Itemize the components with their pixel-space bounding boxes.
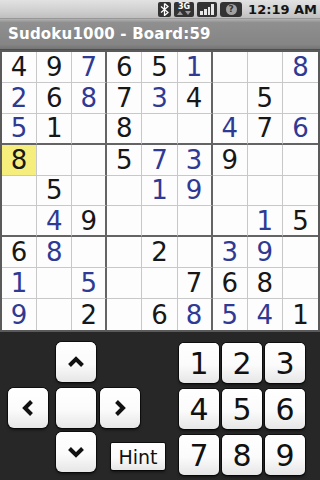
sudoku-cell-r5c5[interactable]: 1	[142, 176, 177, 207]
numpad-6-button[interactable]: 6	[265, 389, 305, 429]
sudoku-board: 4976518268734551847685739519491568239157…	[0, 50, 320, 332]
sudoku-cell-r6c1[interactable]	[2, 206, 37, 237]
sudoku-cell-r3c3[interactable]	[72, 114, 107, 145]
sudoku-cell-r8c4[interactable]	[107, 268, 142, 299]
sudoku-cell-r4c3[interactable]	[72, 145, 107, 176]
numpad-4-button[interactable]: 4	[179, 389, 219, 429]
sudoku-cell-r8c1[interactable]: 1	[2, 268, 37, 299]
sudoku-cell-r5c2[interactable]: 5	[37, 176, 72, 207]
sudoku-cell-r7c9[interactable]	[283, 237, 318, 268]
3g-data-icon: 3G	[174, 2, 194, 17]
chevron-left-icon	[17, 397, 39, 419]
chevron-right-icon	[109, 397, 131, 419]
sudoku-cell-r9c8[interactable]: 4	[248, 299, 283, 330]
sudoku-cell-r9c9[interactable]: 1	[283, 299, 318, 330]
sudoku-cell-r9c1[interactable]: 9	[2, 299, 37, 330]
sudoku-cell-r1c9[interactable]: 8	[283, 52, 318, 83]
sudoku-cell-r9c4[interactable]	[107, 299, 142, 330]
sudoku-cell-r8c7[interactable]: 6	[213, 268, 248, 299]
sudoku-cell-r5c4[interactable]	[107, 176, 142, 207]
sudoku-cell-r7c3[interactable]	[72, 237, 107, 268]
numpad-2-button[interactable]: 2	[222, 343, 262, 383]
sudoku-cell-r5c1[interactable]	[2, 176, 37, 207]
sudoku-cell-r2c6[interactable]: 4	[178, 83, 213, 114]
battery-unknown-icon: ?	[220, 2, 242, 17]
sudoku-cell-r8c8[interactable]: 8	[248, 268, 283, 299]
sudoku-cell-r2c1[interactable]: 2	[2, 83, 37, 114]
sudoku-cell-r3c2[interactable]: 1	[37, 114, 72, 145]
numpad-5-button[interactable]: 5	[222, 389, 262, 429]
dpad-right-button[interactable]	[100, 388, 140, 428]
sudoku-cell-r1c8[interactable]	[248, 52, 283, 83]
sudoku-cell-r1c5[interactable]: 5	[142, 52, 177, 83]
sudoku-cell-r7c5[interactable]: 2	[142, 237, 177, 268]
sudoku-cell-r9c5[interactable]: 6	[142, 299, 177, 330]
page-title: Sudoku1000 - Board:59	[8, 25, 211, 43]
sudoku-cell-r2c4[interactable]: 7	[107, 83, 142, 114]
dpad-left-button[interactable]	[8, 388, 48, 428]
numpad-8-button[interactable]: 8	[222, 435, 262, 475]
sudoku-cell-r7c7[interactable]: 3	[213, 237, 248, 268]
sudoku-cell-r6c5[interactable]	[142, 206, 177, 237]
sudoku-cell-r1c2[interactable]: 9	[37, 52, 72, 83]
sudoku-cell-r2c2[interactable]: 6	[37, 83, 72, 114]
signal-strength-icon	[197, 2, 217, 17]
sudoku-cell-r8c5[interactable]	[142, 268, 177, 299]
sudoku-cell-r5c6[interactable]: 9	[178, 176, 213, 207]
sudoku-cell-r3c7[interactable]: 4	[213, 114, 248, 145]
sudoku-cell-r3c5[interactable]	[142, 114, 177, 145]
sudoku-cell-r4c6[interactable]: 3	[178, 145, 213, 176]
sudoku-cell-r7c1[interactable]: 6	[2, 237, 37, 268]
sudoku-cell-r2c8[interactable]: 5	[248, 83, 283, 114]
control-panel: Hint 123456789	[0, 332, 320, 480]
title-bar: Sudoku1000 - Board:59	[0, 19, 320, 50]
sudoku-cell-r3c1[interactable]: 5	[2, 114, 37, 145]
sudoku-cell-r2c3[interactable]: 8	[72, 83, 107, 114]
dpad-center-button[interactable]	[56, 388, 96, 428]
sudoku-cell-r5c8[interactable]	[248, 176, 283, 207]
sudoku-cell-r1c1[interactable]: 4	[2, 52, 37, 83]
sudoku-cell-r9c6[interactable]: 8	[178, 299, 213, 330]
sudoku-cell-r7c2[interactable]: 8	[37, 237, 72, 268]
chevron-up-icon	[65, 351, 87, 373]
sudoku-cell-r9c3[interactable]: 2	[72, 299, 107, 330]
sudoku-cell-r1c7[interactable]	[213, 52, 248, 83]
status-clock: 12:19 AM	[248, 2, 317, 17]
sudoku-cell-r3c6[interactable]	[178, 114, 213, 145]
status-bar: 3G ? 12:19 AM	[0, 0, 320, 19]
sudoku-cell-r6c9[interactable]: 5	[283, 206, 318, 237]
sudoku-cell-r6c3[interactable]: 9	[72, 206, 107, 237]
hint-button[interactable]: Hint	[111, 443, 165, 470]
sudoku-cell-r7c4[interactable]	[107, 237, 142, 268]
sudoku-cell-r3c8[interactable]: 7	[248, 114, 283, 145]
numpad-9-button[interactable]: 9	[265, 435, 305, 475]
sudoku-cell-r5c7[interactable]	[213, 176, 248, 207]
numpad-3-button[interactable]: 3	[265, 343, 305, 383]
sudoku-cell-r1c6[interactable]: 1	[178, 52, 213, 83]
sudoku-cell-r6c2[interactable]: 4	[37, 206, 72, 237]
sudoku-cell-r4c8[interactable]	[248, 145, 283, 176]
sudoku-cell-r2c5[interactable]: 3	[142, 83, 177, 114]
numpad-7-button[interactable]: 7	[179, 435, 219, 475]
sudoku-cell-r9c7[interactable]: 5	[213, 299, 248, 330]
sudoku-cell-r5c3[interactable]	[72, 176, 107, 207]
sudoku-cell-r6c4[interactable]	[107, 206, 142, 237]
sudoku-cell-r3c9[interactable]: 6	[283, 114, 318, 145]
bluetooth-icon	[158, 2, 171, 17]
sudoku-cell-r7c6[interactable]	[178, 237, 213, 268]
sudoku-cell-r4c9[interactable]	[283, 145, 318, 176]
dpad-down-button[interactable]	[56, 432, 96, 472]
sudoku-cell-r3c4[interactable]: 8	[107, 114, 142, 145]
numpad-1-button[interactable]: 1	[179, 343, 219, 383]
sudoku-cell-r4c4[interactable]: 5	[107, 145, 142, 176]
sudoku-cell-r7c8[interactable]: 9	[248, 237, 283, 268]
sudoku-cell-r4c2[interactable]	[37, 145, 72, 176]
sudoku-cell-r6c6[interactable]	[178, 206, 213, 237]
sudoku-cell-r6c7[interactable]	[213, 206, 248, 237]
sudoku-cell-r8c3[interactable]: 5	[72, 268, 107, 299]
sudoku-cell-r8c9[interactable]	[283, 268, 318, 299]
dpad-up-button[interactable]	[56, 342, 96, 382]
sudoku-cell-r6c8[interactable]: 1	[248, 206, 283, 237]
sudoku-cell-r2c7[interactable]	[213, 83, 248, 114]
sudoku-cell-r8c6[interactable]: 7	[178, 268, 213, 299]
sudoku-cell-r4c7[interactable]: 9	[213, 145, 248, 176]
sudoku-cell-r8c2[interactable]	[37, 268, 72, 299]
sudoku-cell-r5c9[interactable]	[283, 176, 318, 207]
sudoku-cell-r4c1[interactable]: 8	[2, 145, 37, 176]
sudoku-cell-r4c5[interactable]: 7	[142, 145, 177, 176]
sudoku-cell-r2c9[interactable]	[283, 83, 318, 114]
sudoku-cell-r1c4[interactable]: 6	[107, 52, 142, 83]
phone-screen: 3G ? 12:19 AM Sudoku1000 - Board:59 4976…	[0, 0, 320, 480]
sudoku-cell-r9c2[interactable]	[37, 299, 72, 330]
sudoku-cell-r1c3[interactable]: 7	[72, 52, 107, 83]
chevron-down-icon	[65, 441, 87, 463]
